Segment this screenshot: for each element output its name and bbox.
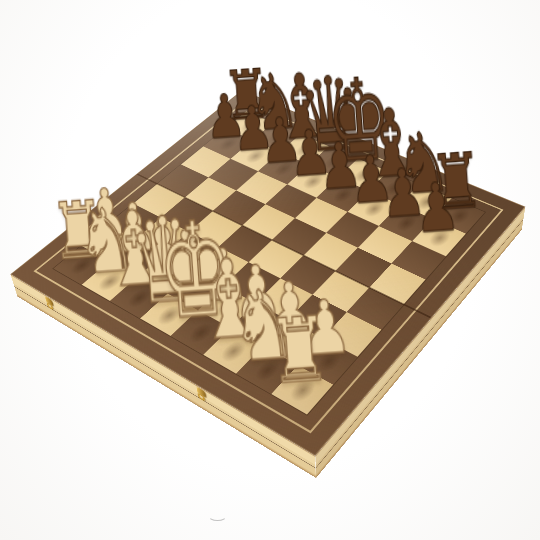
chess-set-photo: ♜♟♟♜♞♟♟♞♝♟♟♝♛♟♟♛♚♟♟♚♝♟♟♝♞♟♟♞♜♟♟♜ (0, 0, 540, 540)
chess-piece-glyph: ♜ (204, 299, 394, 400)
photo-smudge (208, 510, 227, 521)
chess-piece-glyph: ♟ (354, 169, 520, 247)
square-h1[interactable]: ♜ (271, 365, 333, 414)
camera-roll-wrapper: ♜♟♟♜♞♟♟♞♝♟♟♝♛♟♟♛♚♟♟♚♝♟♟♝♞♟♟♞♜♟♟♜ (0, 0, 540, 540)
perspective-wrapper: ♜♟♟♜♞♟♟♞♝♟♟♝♛♟♟♛♚♟♟♚♝♟♟♝♞♟♟♞♜♟♟♜ (0, 0, 540, 540)
chess-board: ♜♟♟♜♞♟♟♞♝♟♟♝♛♟♟♛♚♟♟♚♝♟♟♝♞♟♟♞♜♟♟♜ (10, 90, 525, 456)
board-grid: ♜♟♟♜♞♟♟♞♝♟♟♝♛♟♟♛♚♟♟♚♝♟♟♝♞♟♟♞♜♟♟♜ (54, 111, 485, 414)
board-top-face: ♜♟♟♜♞♟♟♞♝♟♟♝♛♟♟♛♚♟♟♚♝♟♟♝♞♟♟♞♜♟♟♜ (10, 90, 525, 456)
